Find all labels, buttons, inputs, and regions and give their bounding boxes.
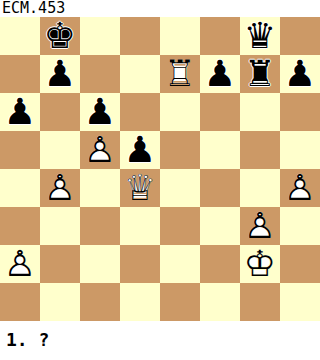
- square-b7[interactable]: ♟: [40, 55, 80, 93]
- black-pawn: ♟: [0, 93, 40, 131]
- white-pawn: ♟♙: [40, 169, 80, 207]
- square-c7[interactable]: [80, 55, 120, 93]
- square-e6[interactable]: [160, 93, 200, 131]
- square-f6[interactable]: [200, 93, 240, 131]
- square-e8[interactable]: [160, 17, 200, 55]
- square-a3[interactable]: [0, 207, 40, 245]
- black-queen: ♛: [240, 17, 280, 55]
- square-b5[interactable]: [40, 131, 80, 169]
- square-g5[interactable]: [240, 131, 280, 169]
- square-d3[interactable]: [120, 207, 160, 245]
- square-h2[interactable]: [280, 245, 320, 283]
- square-e4[interactable]: [160, 169, 200, 207]
- square-g8[interactable]: ♛: [240, 17, 280, 55]
- piece-outline: ♙: [80, 131, 120, 169]
- square-d4[interactable]: ♛♕: [120, 169, 160, 207]
- piece-outline: ♕: [120, 169, 160, 207]
- square-d5[interactable]: ♟: [120, 131, 160, 169]
- square-c6[interactable]: ♟: [80, 93, 120, 131]
- white-rook: ♜♖: [160, 55, 200, 93]
- black-pawn: ♟: [120, 131, 160, 169]
- white-king: ♚♔: [240, 245, 280, 283]
- square-f2[interactable]: [200, 245, 240, 283]
- piece-outline: ♖: [160, 55, 200, 93]
- square-b6[interactable]: [40, 93, 80, 131]
- square-d1[interactable]: [120, 283, 160, 321]
- chess-board: ♚♛♟♜♖♟♜♟♟♟♟♙♟♟♙♛♕♟♙♟♙♟♙♚♔: [0, 17, 320, 321]
- square-h6[interactable]: [280, 93, 320, 131]
- black-king: ♚: [40, 17, 80, 55]
- square-d8[interactable]: [120, 17, 160, 55]
- piece-outline: ♙: [40, 169, 80, 207]
- square-a8[interactable]: [0, 17, 40, 55]
- square-c5[interactable]: ♟♙: [80, 131, 120, 169]
- white-pawn: ♟♙: [0, 245, 40, 283]
- square-h5[interactable]: [280, 131, 320, 169]
- square-c3[interactable]: [80, 207, 120, 245]
- square-b2[interactable]: [40, 245, 80, 283]
- square-c2[interactable]: [80, 245, 120, 283]
- square-f3[interactable]: [200, 207, 240, 245]
- square-g1[interactable]: [240, 283, 280, 321]
- square-c8[interactable]: [80, 17, 120, 55]
- piece-outline: ♙: [240, 207, 280, 245]
- square-e7[interactable]: ♜♖: [160, 55, 200, 93]
- black-rook: ♜: [240, 55, 280, 93]
- square-a7[interactable]: [0, 55, 40, 93]
- black-pawn: ♟: [280, 55, 320, 93]
- square-f8[interactable]: [200, 17, 240, 55]
- white-pawn: ♟♙: [240, 207, 280, 245]
- square-e2[interactable]: [160, 245, 200, 283]
- square-h4[interactable]: ♟♙: [280, 169, 320, 207]
- square-h8[interactable]: [280, 17, 320, 55]
- square-e5[interactable]: [160, 131, 200, 169]
- square-g2[interactable]: ♚♔: [240, 245, 280, 283]
- piece-outline: ♔: [240, 245, 280, 283]
- square-b1[interactable]: [40, 283, 80, 321]
- square-e1[interactable]: [160, 283, 200, 321]
- square-h3[interactable]: [280, 207, 320, 245]
- square-f5[interactable]: [200, 131, 240, 169]
- square-b4[interactable]: ♟♙: [40, 169, 80, 207]
- square-c4[interactable]: [80, 169, 120, 207]
- black-pawn: ♟: [80, 93, 120, 131]
- black-pawn: ♟: [200, 55, 240, 93]
- square-d6[interactable]: [120, 93, 160, 131]
- white-pawn: ♟♙: [280, 169, 320, 207]
- square-g4[interactable]: [240, 169, 280, 207]
- square-f1[interactable]: [200, 283, 240, 321]
- move-prompt: 1. ?: [0, 321, 320, 360]
- square-f4[interactable]: [200, 169, 240, 207]
- square-g3[interactable]: ♟♙: [240, 207, 280, 245]
- piece-outline: ♙: [0, 245, 40, 283]
- square-a6[interactable]: ♟: [0, 93, 40, 131]
- square-e3[interactable]: [160, 207, 200, 245]
- square-a2[interactable]: ♟♙: [0, 245, 40, 283]
- white-queen: ♛♕: [120, 169, 160, 207]
- square-f7[interactable]: ♟: [200, 55, 240, 93]
- diagram-title: ECM.453: [0, 0, 320, 17]
- square-a1[interactable]: [0, 283, 40, 321]
- square-b3[interactable]: [40, 207, 80, 245]
- square-h7[interactable]: ♟: [280, 55, 320, 93]
- square-h1[interactable]: [280, 283, 320, 321]
- piece-outline: ♙: [280, 169, 320, 207]
- square-b8[interactable]: ♚: [40, 17, 80, 55]
- square-d2[interactable]: [120, 245, 160, 283]
- black-pawn: ♟: [40, 55, 80, 93]
- white-pawn: ♟♙: [80, 131, 120, 169]
- square-c1[interactable]: [80, 283, 120, 321]
- square-a4[interactable]: [0, 169, 40, 207]
- square-g7[interactable]: ♜: [240, 55, 280, 93]
- square-a5[interactable]: [0, 131, 40, 169]
- square-d7[interactable]: [120, 55, 160, 93]
- square-g6[interactable]: [240, 93, 280, 131]
